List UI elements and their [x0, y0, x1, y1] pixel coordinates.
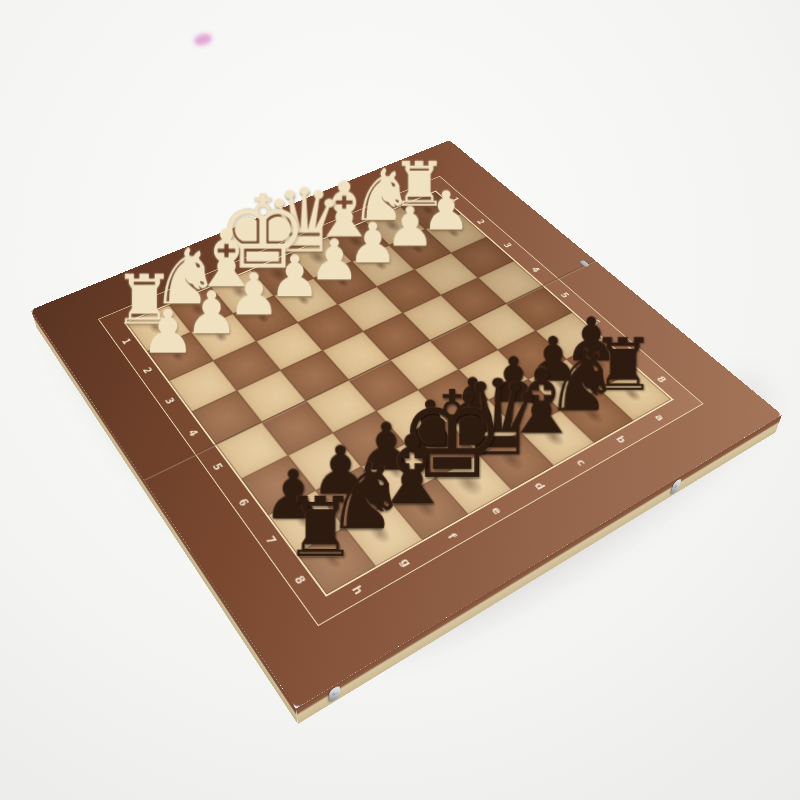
metal-clasp	[330, 684, 341, 702]
hinge	[579, 260, 590, 268]
black-rook-h8: ♜	[284, 486, 358, 568]
product-photo: ♜♟♟♜♞♟♟♞♝♟♟♝♛♟♟♛♚♟♟♚♝♟♟♝♞♟♟♞♜♟♟♜ 1234567…	[0, 0, 800, 800]
clasp-pin	[332, 690, 338, 696]
square-e4	[323, 331, 390, 380]
metal-clasp	[671, 477, 683, 495]
white-pawn-h2: ♟	[141, 301, 195, 361]
photo-scene: ♜♟♟♜♞♟♟♞♝♟♟♝♛♟♟♛♚♟♟♚♝♟♟♝♞♟♟♞♜♟♟♜ 1234567…	[0, 0, 800, 800]
clasp-pin	[674, 483, 679, 489]
board-top-face: ♜♟♟♜♞♟♟♞♝♟♟♝♛♟♟♛♚♟♟♚♝♟♟♝♞♟♟♞♜♟♟♜ 1234567…	[31, 140, 782, 708]
chess-board: ♜♟♟♜♞♟♟♞♝♟♟♝♛♟♟♛♚♟♟♚♝♟♟♝♞♟♟♞♜♟♟♜ 1234567…	[31, 140, 782, 708]
